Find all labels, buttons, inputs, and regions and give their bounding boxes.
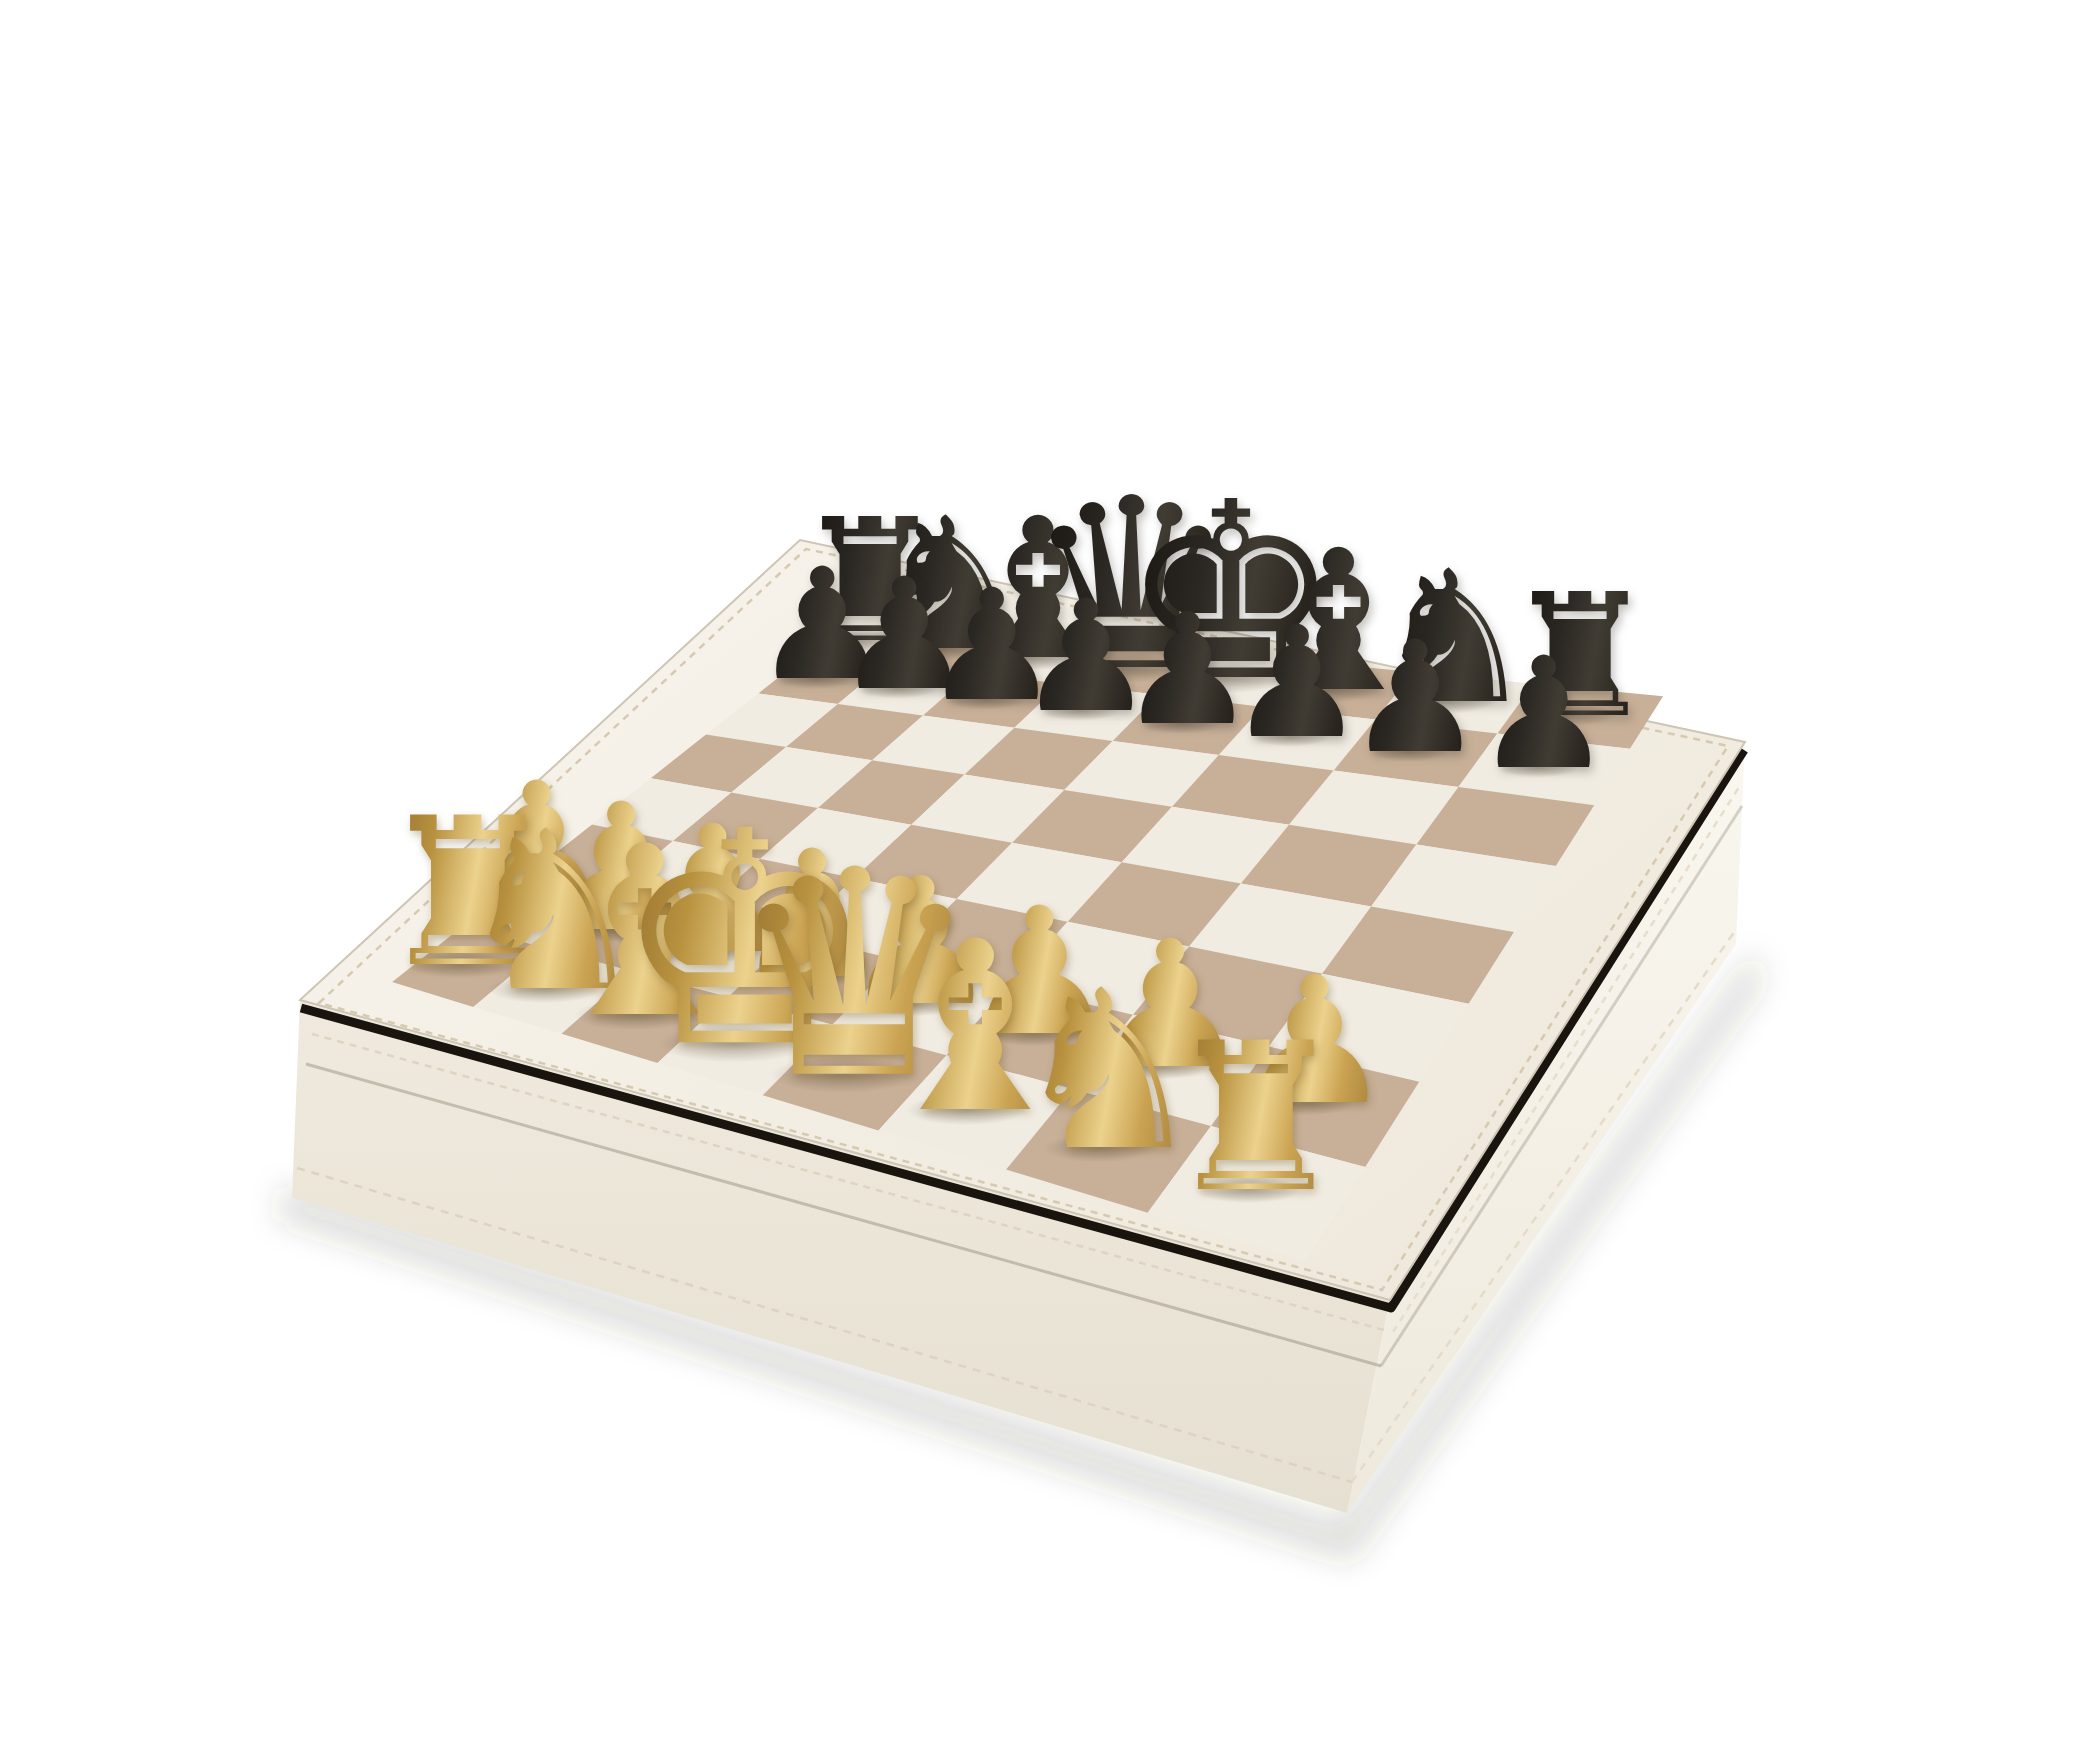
product-photo-scene: Cream leather chess box with turned gold…	[0, 0, 2080, 1760]
black-pawn-f7[interactable]: ♟	[1228, 606, 1366, 760]
pieces-layer: ♜♞♝♛♚♝♞♜♟♟♟♟♟♟♟♟♟♟♟♟♟♟♟♟♜♞♝♚♛♝♞♜	[0, 0, 2080, 1760]
black-pawn-g7[interactable]: ♟	[1346, 621, 1484, 775]
black-pawn-h7[interactable]: ♟	[1475, 637, 1613, 791]
gold-rook-h1[interactable]: ♜	[1164, 1016, 1348, 1221]
